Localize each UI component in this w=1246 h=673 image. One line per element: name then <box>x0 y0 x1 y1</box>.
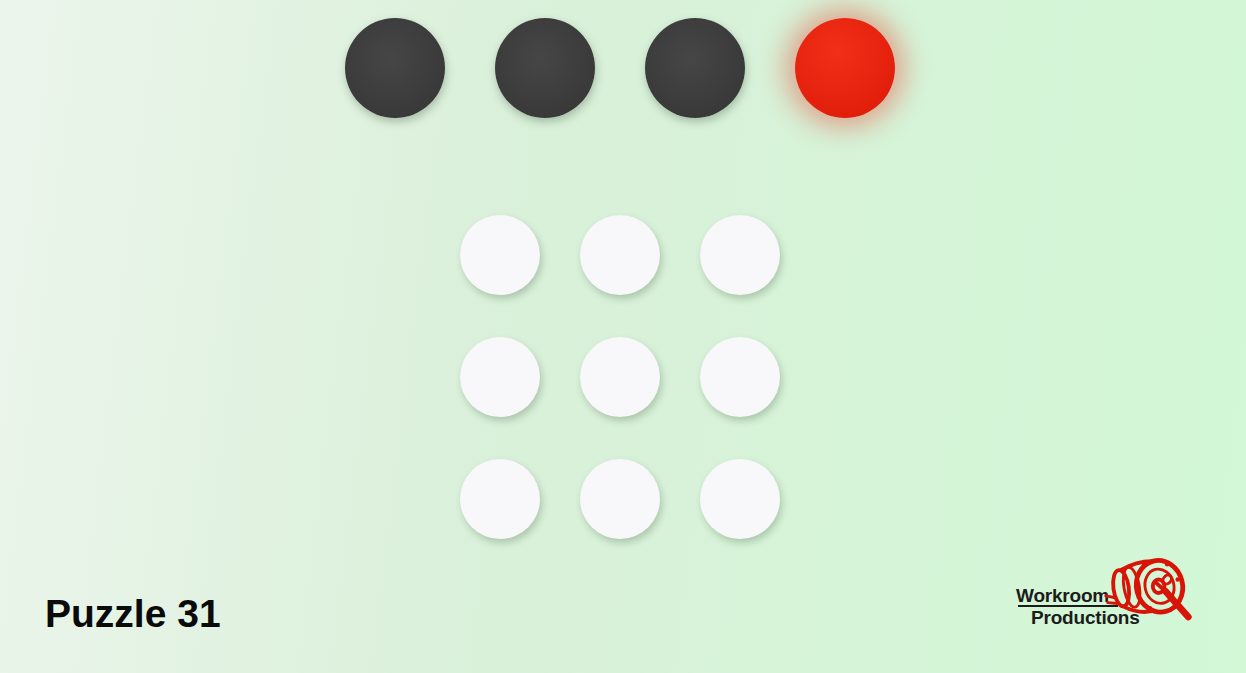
hole-r1c2[interactable] <box>580 215 660 295</box>
workroom-logo-icon <box>1100 547 1196 637</box>
hole-r3c2[interactable] <box>580 459 660 539</box>
branding: Workroom Productions <box>1000 545 1200 640</box>
puzzle-stage: Puzzle 31 Workroom Productions <box>0 0 1246 673</box>
hole-r3c3[interactable] <box>700 459 780 539</box>
hole-r3c1[interactable] <box>460 459 540 539</box>
hole-r2c1[interactable] <box>460 337 540 417</box>
peg-black-2[interactable] <box>495 18 595 118</box>
puzzle-title: Puzzle 31 <box>45 592 221 636</box>
hole-r2c2[interactable] <box>580 337 660 417</box>
peg-row <box>345 18 895 118</box>
peg-black-3[interactable] <box>645 18 745 118</box>
hole-r1c3[interactable] <box>700 215 780 295</box>
peg-grid <box>460 215 780 539</box>
peg-black-1[interactable] <box>345 18 445 118</box>
branding-line1: Workroom <box>1016 585 1109 607</box>
peg-red-4[interactable] <box>795 18 895 118</box>
hole-r1c1[interactable] <box>460 215 540 295</box>
hole-r2c3[interactable] <box>700 337 780 417</box>
